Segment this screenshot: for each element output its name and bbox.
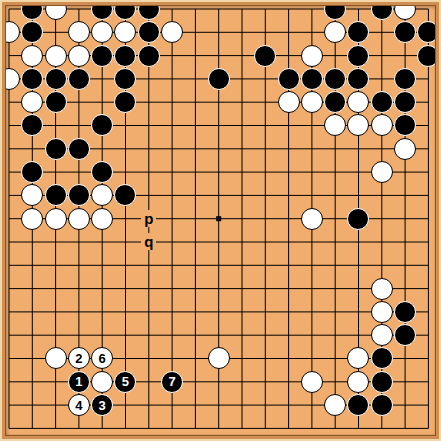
intersection[interactable] [300,277,323,300]
intersection[interactable] [91,370,114,393]
intersection[interactable] [44,207,67,230]
intersection[interactable] [300,21,323,44]
intersection[interactable] [324,254,347,277]
intersection[interactable] [277,184,300,207]
intersection[interactable] [207,393,230,416]
intersection[interactable] [114,277,137,300]
intersection[interactable] [300,44,323,67]
intersection[interactable] [207,67,230,90]
intersection[interactable]: 2 [67,347,90,370]
intersection[interactable] [347,21,370,44]
intersection[interactable] [254,67,277,90]
intersection[interactable] [324,137,347,160]
intersection[interactable] [207,324,230,347]
intersection[interactable] [44,277,67,300]
intersection[interactable] [417,207,435,230]
intersection[interactable] [254,207,277,230]
intersection[interactable] [370,160,393,183]
intersection[interactable] [184,370,207,393]
intersection[interactable] [207,230,230,253]
intersection[interactable] [6,417,21,435]
intersection[interactable] [44,324,67,347]
intersection[interactable] [6,347,21,370]
intersection[interactable] [207,277,230,300]
intersection[interactable] [67,254,90,277]
intersection[interactable] [393,207,416,230]
intersection[interactable] [254,21,277,44]
intersection[interactable] [114,393,137,416]
intersection[interactable] [137,393,160,416]
intersection[interactable] [393,393,416,416]
intersection[interactable] [184,114,207,137]
intersection[interactable] [370,370,393,393]
intersection[interactable] [21,114,44,137]
intersection[interactable] [277,6,300,21]
intersection[interactable] [114,44,137,67]
intersection[interactable]: q [137,230,160,253]
intersection[interactable] [114,300,137,323]
intersection[interactable] [21,67,44,90]
intersection[interactable] [393,6,416,21]
intersection[interactable] [44,184,67,207]
intersection[interactable] [184,184,207,207]
intersection[interactable] [324,207,347,230]
intersection[interactable] [230,91,253,114]
intersection[interactable] [370,91,393,114]
intersection[interactable] [393,300,416,323]
intersection[interactable]: 1 [67,370,90,393]
intersection[interactable] [137,184,160,207]
intersection[interactable] [21,137,44,160]
intersection[interactable] [184,91,207,114]
intersection[interactable] [137,300,160,323]
intersection[interactable] [137,6,160,21]
intersection[interactable] [137,91,160,114]
intersection[interactable] [21,160,44,183]
intersection[interactable] [254,300,277,323]
intersection[interactable] [6,6,21,21]
intersection[interactable] [230,324,253,347]
intersection[interactable] [417,6,435,21]
intersection[interactable] [300,300,323,323]
intersection[interactable] [277,254,300,277]
intersection[interactable] [114,254,137,277]
intersection[interactable] [417,91,435,114]
intersection[interactable] [21,207,44,230]
intersection[interactable] [417,277,435,300]
intersection[interactable] [300,114,323,137]
intersection[interactable] [370,67,393,90]
intersection[interactable] [393,114,416,137]
intersection[interactable] [277,230,300,253]
intersection[interactable] [114,21,137,44]
intersection[interactable] [21,277,44,300]
intersection[interactable] [160,417,183,435]
intersection[interactable] [91,44,114,67]
intersection[interactable] [114,417,137,435]
intersection[interactable] [137,67,160,90]
intersection[interactable] [347,67,370,90]
intersection[interactable] [114,207,137,230]
intersection[interactable] [230,114,253,137]
intersection[interactable]: 7 [160,370,183,393]
intersection[interactable] [160,324,183,347]
intersection[interactable] [207,160,230,183]
intersection[interactable] [137,44,160,67]
intersection[interactable] [91,6,114,21]
intersection[interactable] [114,137,137,160]
intersection[interactable] [254,230,277,253]
intersection[interactable] [370,114,393,137]
intersection[interactable] [6,137,21,160]
intersection[interactable] [393,277,416,300]
intersection[interactable] [393,254,416,277]
intersection[interactable] [324,91,347,114]
intersection[interactable] [300,6,323,21]
intersection[interactable] [230,417,253,435]
intersection[interactable] [114,324,137,347]
intersection[interactable] [324,67,347,90]
intersection[interactable] [207,370,230,393]
intersection[interactable] [114,114,137,137]
intersection[interactable] [393,91,416,114]
intersection[interactable] [67,207,90,230]
intersection[interactable] [44,254,67,277]
intersection[interactable] [21,417,44,435]
intersection[interactable] [44,114,67,137]
intersection[interactable] [300,160,323,183]
intersection[interactable] [370,347,393,370]
intersection[interactable] [347,417,370,435]
intersection[interactable] [347,137,370,160]
intersection[interactable] [137,417,160,435]
intersection[interactable] [91,417,114,435]
intersection[interactable] [324,6,347,21]
intersection[interactable] [324,44,347,67]
intersection[interactable] [393,44,416,67]
intersection[interactable] [21,230,44,253]
intersection[interactable] [277,417,300,435]
intersection[interactable] [160,137,183,160]
intersection[interactable]: 3 [91,393,114,416]
intersection[interactable] [254,91,277,114]
intersection[interactable] [137,137,160,160]
intersection[interactable] [417,184,435,207]
intersection[interactable] [6,254,21,277]
intersection[interactable] [6,44,21,67]
intersection[interactable] [67,324,90,347]
intersection[interactable] [160,207,183,230]
intersection[interactable] [324,160,347,183]
intersection[interactable] [207,91,230,114]
intersection[interactable] [91,300,114,323]
intersection[interactable] [6,114,21,137]
intersection[interactable] [137,277,160,300]
intersection[interactable] [67,277,90,300]
intersection[interactable] [417,67,435,90]
intersection[interactable] [300,324,323,347]
intersection[interactable] [160,6,183,21]
intersection[interactable] [91,230,114,253]
intersection[interactable] [6,370,21,393]
intersection[interactable] [347,91,370,114]
intersection[interactable] [230,347,253,370]
intersection[interactable]: 4 [67,393,90,416]
intersection[interactable] [393,67,416,90]
intersection[interactable] [277,160,300,183]
intersection[interactable] [21,91,44,114]
intersection[interactable] [137,370,160,393]
intersection[interactable] [417,230,435,253]
intersection[interactable] [91,324,114,347]
intersection[interactable] [277,67,300,90]
intersection[interactable] [184,207,207,230]
intersection[interactable] [254,324,277,347]
intersection[interactable] [324,324,347,347]
intersection[interactable] [254,370,277,393]
intersection[interactable] [91,91,114,114]
intersection[interactable] [207,6,230,21]
intersection[interactable] [44,230,67,253]
intersection[interactable] [21,300,44,323]
intersection[interactable] [277,207,300,230]
intersection[interactable] [21,21,44,44]
intersection[interactable] [137,254,160,277]
intersection[interactable]: 5 [114,370,137,393]
intersection[interactable] [44,6,67,21]
intersection[interactable] [300,347,323,370]
intersection[interactable] [417,137,435,160]
intersection[interactable] [114,6,137,21]
intersection[interactable] [207,254,230,277]
intersection[interactable]: 6 [91,347,114,370]
intersection[interactable] [230,184,253,207]
intersection[interactable] [21,44,44,67]
intersection[interactable] [393,230,416,253]
intersection[interactable] [277,300,300,323]
intersection[interactable] [6,184,21,207]
intersection[interactable] [91,67,114,90]
intersection[interactable] [207,207,230,230]
intersection[interactable] [91,21,114,44]
intersection[interactable] [207,417,230,435]
intersection[interactable] [6,393,21,416]
intersection[interactable] [67,44,90,67]
intersection[interactable] [393,137,416,160]
intersection[interactable] [114,67,137,90]
intersection[interactable] [160,347,183,370]
intersection[interactable] [67,160,90,183]
intersection[interactable] [300,393,323,416]
intersection[interactable] [207,184,230,207]
intersection[interactable] [230,67,253,90]
intersection[interactable] [347,114,370,137]
intersection[interactable] [254,254,277,277]
intersection[interactable] [44,91,67,114]
intersection[interactable] [67,230,90,253]
intersection[interactable] [67,417,90,435]
intersection[interactable] [370,207,393,230]
intersection[interactable] [347,184,370,207]
intersection[interactable] [370,417,393,435]
intersection[interactable] [21,324,44,347]
intersection[interactable] [91,207,114,230]
intersection[interactable] [254,277,277,300]
intersection[interactable] [370,21,393,44]
intersection[interactable] [230,160,253,183]
intersection[interactable] [160,300,183,323]
intersection[interactable] [160,184,183,207]
intersection[interactable] [370,277,393,300]
intersection[interactable] [21,184,44,207]
intersection[interactable] [324,393,347,416]
intersection[interactable] [160,160,183,183]
intersection[interactable] [230,137,253,160]
intersection[interactable] [67,21,90,44]
intersection[interactable] [44,417,67,435]
intersection[interactable] [230,21,253,44]
intersection[interactable] [347,300,370,323]
intersection[interactable] [160,230,183,253]
intersection[interactable] [347,6,370,21]
intersection[interactable] [184,347,207,370]
intersection[interactable] [207,44,230,67]
intersection[interactable] [277,324,300,347]
intersection[interactable] [254,184,277,207]
intersection[interactable] [417,370,435,393]
intersection[interactable] [254,114,277,137]
intersection[interactable] [277,370,300,393]
intersection[interactable] [417,114,435,137]
intersection[interactable] [370,184,393,207]
intersection[interactable] [67,91,90,114]
intersection[interactable] [137,324,160,347]
intersection[interactable] [137,347,160,370]
intersection[interactable] [21,393,44,416]
intersection[interactable] [300,207,323,230]
intersection[interactable] [21,347,44,370]
intersection[interactable] [393,417,416,435]
intersection[interactable] [207,21,230,44]
intersection[interactable] [91,184,114,207]
intersection[interactable] [277,44,300,67]
intersection[interactable] [300,91,323,114]
intersection[interactable] [254,160,277,183]
intersection[interactable] [324,370,347,393]
intersection[interactable] [91,114,114,137]
intersection[interactable] [44,347,67,370]
intersection[interactable] [184,44,207,67]
intersection[interactable] [324,184,347,207]
intersection[interactable] [67,184,90,207]
intersection[interactable] [207,347,230,370]
intersection[interactable] [67,67,90,90]
intersection[interactable] [6,67,21,90]
intersection[interactable] [21,254,44,277]
intersection[interactable] [347,44,370,67]
intersection[interactable] [417,300,435,323]
intersection[interactable] [254,137,277,160]
intersection[interactable] [347,393,370,416]
intersection[interactable] [324,114,347,137]
intersection[interactable] [160,44,183,67]
intersection[interactable] [91,277,114,300]
intersection[interactable] [44,300,67,323]
intersection[interactable] [324,347,347,370]
intersection[interactable] [160,67,183,90]
intersection[interactable] [114,184,137,207]
intersection[interactable] [254,6,277,21]
intersection[interactable] [91,137,114,160]
intersection[interactable] [417,324,435,347]
intersection[interactable] [230,6,253,21]
intersection[interactable] [160,277,183,300]
intersection[interactable] [207,300,230,323]
intersection[interactable] [393,324,416,347]
intersection[interactable] [254,347,277,370]
intersection[interactable] [160,114,183,137]
intersection[interactable] [254,417,277,435]
intersection[interactable] [230,207,253,230]
intersection[interactable] [44,370,67,393]
intersection[interactable] [393,370,416,393]
intersection[interactable] [184,160,207,183]
intersection[interactable] [300,417,323,435]
intersection[interactable] [347,160,370,183]
intersection[interactable] [230,370,253,393]
intersection[interactable] [417,21,435,44]
intersection[interactable] [21,6,44,21]
intersection[interactable] [114,230,137,253]
intersection[interactable] [44,393,67,416]
intersection[interactable] [254,44,277,67]
intersection[interactable] [114,91,137,114]
intersection[interactable] [300,137,323,160]
intersection[interactable] [277,393,300,416]
intersection[interactable] [160,254,183,277]
intersection[interactable] [6,91,21,114]
intersection[interactable] [6,230,21,253]
intersection[interactable] [347,277,370,300]
intersection[interactable] [184,417,207,435]
intersection[interactable] [184,324,207,347]
intersection[interactable] [207,114,230,137]
intersection[interactable] [300,370,323,393]
intersection[interactable] [137,114,160,137]
intersection[interactable] [277,137,300,160]
intersection[interactable] [137,21,160,44]
intersection[interactable] [300,254,323,277]
intersection[interactable] [300,230,323,253]
intersection[interactable] [417,417,435,435]
intersection[interactable] [6,207,21,230]
intersection[interactable] [160,91,183,114]
intersection[interactable] [300,67,323,90]
intersection[interactable] [324,277,347,300]
intersection[interactable] [393,160,416,183]
intersection[interactable] [370,324,393,347]
intersection[interactable] [6,324,21,347]
intersection[interactable] [324,21,347,44]
intersection[interactable] [160,21,183,44]
intersection[interactable] [184,6,207,21]
intersection[interactable] [347,207,370,230]
intersection[interactable] [370,393,393,416]
intersection[interactable] [230,254,253,277]
intersection[interactable] [277,91,300,114]
intersection[interactable] [347,370,370,393]
intersection[interactable] [324,300,347,323]
